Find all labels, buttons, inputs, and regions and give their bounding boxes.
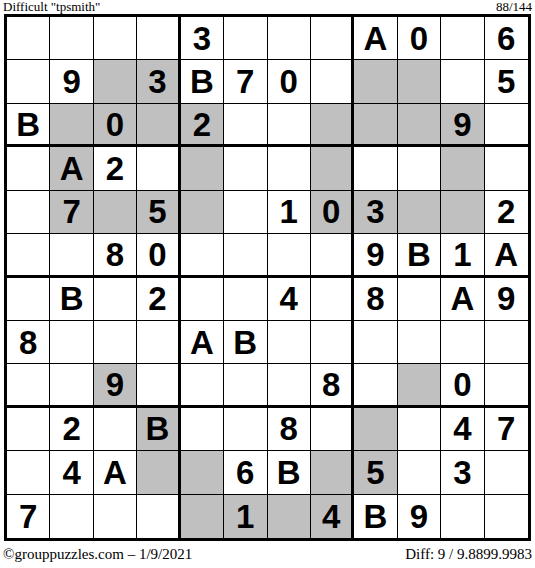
- cell-r4c2: A: [50, 147, 93, 190]
- sudoku-board: 3A0693B705B029A2751032809B1AB248A98AB980…: [4, 14, 531, 541]
- cell-r3c4[interactable]: [137, 104, 180, 147]
- cell-r8c11[interactable]: [441, 321, 484, 364]
- cell-r4c9[interactable]: [354, 147, 397, 190]
- cell-r11c1[interactable]: [7, 451, 50, 494]
- cell-r6c9: 9: [354, 234, 397, 277]
- cell-r4c12[interactable]: [485, 147, 528, 190]
- cell-r10c12: 7: [485, 408, 528, 451]
- cell-r1c12: 6: [485, 17, 528, 60]
- cell-r5c4: 5: [137, 191, 180, 234]
- cell-r1c8[interactable]: [311, 17, 354, 60]
- cell-r3c12[interactable]: [485, 104, 528, 147]
- cell-r1c9: A: [354, 17, 397, 60]
- cell-r1c10: 0: [398, 17, 441, 60]
- cell-r8c8[interactable]: [311, 321, 354, 364]
- cell-r5c8: 0: [311, 191, 354, 234]
- cell-r4c1[interactable]: [7, 147, 50, 190]
- cell-r10c9[interactable]: [354, 408, 397, 451]
- cell-r8c12[interactable]: [485, 321, 528, 364]
- cell-r10c5[interactable]: [181, 408, 224, 451]
- cell-r1c7[interactable]: [268, 17, 311, 60]
- cell-r5c11[interactable]: [441, 191, 484, 234]
- cell-r8c9[interactable]: [354, 321, 397, 364]
- cell-r12c9: B: [354, 495, 397, 538]
- cell-r4c5[interactable]: [181, 147, 224, 190]
- cell-r7c7: 4: [268, 278, 311, 321]
- puzzle-counter: 88/144: [496, 0, 532, 14]
- cell-r8c5: A: [181, 321, 224, 364]
- cell-r4c4[interactable]: [137, 147, 180, 190]
- cell-r6c4: 0: [137, 234, 180, 277]
- cell-r11c2: 4: [50, 451, 93, 494]
- cell-r2c4: 3: [137, 60, 180, 103]
- cell-r5c10[interactable]: [398, 191, 441, 234]
- cell-r12c3[interactable]: [94, 495, 137, 538]
- cell-r5c3[interactable]: [94, 191, 137, 234]
- cell-r6c3: 8: [94, 234, 137, 277]
- cell-r3c7[interactable]: [268, 104, 311, 147]
- cell-r12c8: 4: [311, 495, 354, 538]
- cell-r10c11: 4: [441, 408, 484, 451]
- cell-r11c11: 3: [441, 451, 484, 494]
- cell-r7c2: B: [50, 278, 93, 321]
- cell-r7c9: 8: [354, 278, 397, 321]
- cell-r2c2: 9: [50, 60, 93, 103]
- cell-r7c1[interactable]: [7, 278, 50, 321]
- cell-r10c8[interactable]: [311, 408, 354, 451]
- cell-r11c8[interactable]: [311, 451, 354, 494]
- cell-r2c9[interactable]: [354, 60, 397, 103]
- cell-r9c2[interactable]: [50, 364, 93, 407]
- cell-r7c4: 2: [137, 278, 180, 321]
- cell-r2c11[interactable]: [441, 60, 484, 103]
- cell-r1c6[interactable]: [224, 17, 267, 60]
- cell-r2c5: B: [181, 60, 224, 103]
- cell-r7c11: A: [441, 278, 484, 321]
- cell-r9c11: 0: [441, 364, 484, 407]
- cell-r6c5[interactable]: [181, 234, 224, 277]
- cell-r6c8[interactable]: [311, 234, 354, 277]
- cell-r9c10[interactable]: [398, 364, 441, 407]
- cell-r5c7: 1: [268, 191, 311, 234]
- cell-r5c6[interactable]: [224, 191, 267, 234]
- cell-r1c1[interactable]: [7, 17, 50, 60]
- cell-r9c8: 8: [311, 364, 354, 407]
- cell-r12c11[interactable]: [441, 495, 484, 538]
- cell-r2c8[interactable]: [311, 60, 354, 103]
- cell-r2c10[interactable]: [398, 60, 441, 103]
- cell-r5c1[interactable]: [7, 191, 50, 234]
- cell-r8c6: B: [224, 321, 267, 364]
- cell-r2c6: 7: [224, 60, 267, 103]
- cell-r10c3[interactable]: [94, 408, 137, 451]
- cell-r5c5[interactable]: [181, 191, 224, 234]
- cell-r12c4[interactable]: [137, 495, 180, 538]
- cell-r7c3[interactable]: [94, 278, 137, 321]
- cell-r1c11[interactable]: [441, 17, 484, 60]
- cell-r11c12[interactable]: [485, 451, 528, 494]
- cell-r11c6: 6: [224, 451, 267, 494]
- difficulty-text: Diff: 9 / 9.8899.9983: [405, 546, 532, 563]
- cell-r2c7: 0: [268, 60, 311, 103]
- cell-r3c9[interactable]: [354, 104, 397, 147]
- cell-r2c3[interactable]: [94, 60, 137, 103]
- cell-r8c1: 8: [7, 321, 50, 364]
- cell-r5c12: 2: [485, 191, 528, 234]
- cell-r1c5: 3: [181, 17, 224, 60]
- cell-r6c7[interactable]: [268, 234, 311, 277]
- cell-r8c4[interactable]: [137, 321, 180, 364]
- cell-r3c8[interactable]: [311, 104, 354, 147]
- cell-r7c8[interactable]: [311, 278, 354, 321]
- cell-r9c6[interactable]: [224, 364, 267, 407]
- puzzle-title: Difficult "tpsmith": [3, 0, 100, 14]
- cell-r6c11: 1: [441, 234, 484, 277]
- cell-r11c5[interactable]: [181, 451, 224, 494]
- cell-r7c5[interactable]: [181, 278, 224, 321]
- cell-r2c12: 5: [485, 60, 528, 103]
- puzzle-page: Difficult "tpsmith" 88/144 3A0693B705B02…: [0, 0, 535, 568]
- cell-r12c2[interactable]: [50, 495, 93, 538]
- cell-r11c7: B: [268, 451, 311, 494]
- cell-r12c6: 1: [224, 495, 267, 538]
- cell-r3c5: 2: [181, 104, 224, 147]
- cell-r10c1[interactable]: [7, 408, 50, 451]
- cell-r6c2[interactable]: [50, 234, 93, 277]
- cell-r4c8[interactable]: [311, 147, 354, 190]
- cell-r10c4: B: [137, 408, 180, 451]
- cell-r6c10: B: [398, 234, 441, 277]
- cell-r10c6[interactable]: [224, 408, 267, 451]
- cell-r9c9[interactable]: [354, 364, 397, 407]
- cell-r7c10[interactable]: [398, 278, 441, 321]
- cell-r3c1: B: [7, 104, 50, 147]
- copyright-text: ©grouppuzzles.com – 1/9/2021: [3, 546, 192, 563]
- cell-r7c6[interactable]: [224, 278, 267, 321]
- cell-r4c7[interactable]: [268, 147, 311, 190]
- cell-r8c2[interactable]: [50, 321, 93, 364]
- cell-r9c1[interactable]: [7, 364, 50, 407]
- puzzle-header: Difficult "tpsmith" 88/144: [3, 0, 532, 14]
- cell-r5c2: 7: [50, 191, 93, 234]
- cell-r2c1[interactable]: [7, 60, 50, 103]
- cell-r4c3: 2: [94, 147, 137, 190]
- cell-r12c5[interactable]: [181, 495, 224, 538]
- cell-r12c1: 7: [7, 495, 50, 538]
- cell-r7c12: 9: [485, 278, 528, 321]
- cell-r12c12[interactable]: [485, 495, 528, 538]
- cell-r3c3: 0: [94, 104, 137, 147]
- cell-r9c7[interactable]: [268, 364, 311, 407]
- cell-r11c4[interactable]: [137, 451, 180, 494]
- cell-r9c12[interactable]: [485, 364, 528, 407]
- cell-r12c10: 9: [398, 495, 441, 538]
- cell-r9c5[interactable]: [181, 364, 224, 407]
- cell-r4c11[interactable]: [441, 147, 484, 190]
- cell-r1c3[interactable]: [94, 17, 137, 60]
- cell-r3c11: 9: [441, 104, 484, 147]
- cell-r11c9: 5: [354, 451, 397, 494]
- cell-r4c10[interactable]: [398, 147, 441, 190]
- cell-r8c10[interactable]: [398, 321, 441, 364]
- cell-r5c9: 3: [354, 191, 397, 234]
- cell-r10c10[interactable]: [398, 408, 441, 451]
- cell-r6c12: A: [485, 234, 528, 277]
- cell-r6c1[interactable]: [7, 234, 50, 277]
- cell-r9c3: 9: [94, 364, 137, 407]
- cell-r3c2[interactable]: [50, 104, 93, 147]
- cell-r8c7[interactable]: [268, 321, 311, 364]
- cell-r6c6[interactable]: [224, 234, 267, 277]
- cell-r3c10[interactable]: [398, 104, 441, 147]
- cell-r3c6[interactable]: [224, 104, 267, 147]
- cell-r4c6[interactable]: [224, 147, 267, 190]
- cell-r12c7[interactable]: [268, 495, 311, 538]
- cell-r10c7: 8: [268, 408, 311, 451]
- cell-r10c2: 2: [50, 408, 93, 451]
- cell-r1c2[interactable]: [50, 17, 93, 60]
- cell-r8c3[interactable]: [94, 321, 137, 364]
- puzzle-footer: ©grouppuzzles.com – 1/9/2021 Diff: 9 / 9…: [3, 541, 532, 568]
- cell-r11c3: A: [94, 451, 137, 494]
- cell-r9c4[interactable]: [137, 364, 180, 407]
- cell-r11c10[interactable]: [398, 451, 441, 494]
- cell-r1c4[interactable]: [137, 17, 180, 60]
